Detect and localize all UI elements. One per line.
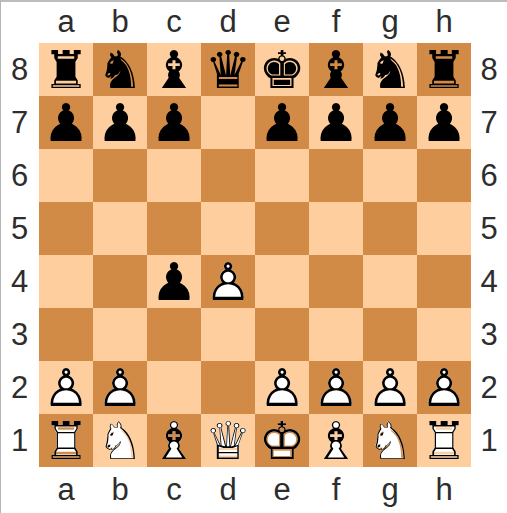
square-g2[interactable]: ♟♙ xyxy=(363,361,417,414)
piece-fill-layer: ♚ xyxy=(255,43,309,96)
piece-fill-layer: ♝ xyxy=(147,43,201,96)
square-e3[interactable] xyxy=(255,308,309,361)
rank-label-4-left: 4 xyxy=(0,255,39,308)
square-b7[interactable]: ♟ xyxy=(93,96,147,149)
square-d1[interactable]: ♛♕ xyxy=(201,414,255,467)
file-label-g-top: g xyxy=(363,0,417,43)
square-f7[interactable]: ♟ xyxy=(309,96,363,149)
piece-outline-layer: ♘ xyxy=(93,414,147,467)
board-corner xyxy=(0,0,39,43)
square-b2[interactable]: ♟♙ xyxy=(93,361,147,414)
square-c4[interactable]: ♟ xyxy=(147,255,201,308)
square-d4[interactable]: ♟♙ xyxy=(201,255,255,308)
white-bishop-piece[interactable]: ♝♗ xyxy=(309,414,363,467)
rank-label-5-right: 5 xyxy=(471,202,507,255)
black-pawn-piece[interactable]: ♟ xyxy=(39,96,93,149)
piece-outline-layer: ♗ xyxy=(147,414,201,467)
rank-label-1-right: 1 xyxy=(471,414,507,467)
square-a2[interactable]: ♟♙ xyxy=(39,361,93,414)
chessboard-page: abcdefgh8♜♞♝♛♚♝♞♜87♟♟♟♟♟♟♟766554♟♟♙4332♟… xyxy=(0,0,507,513)
square-h5[interactable] xyxy=(417,202,471,255)
square-g7[interactable]: ♟ xyxy=(363,96,417,149)
square-b6[interactable] xyxy=(93,149,147,202)
black-rook-piece[interactable]: ♜ xyxy=(417,43,471,96)
white-pawn-piece[interactable]: ♟♙ xyxy=(39,361,93,414)
rank-label-3-left: 3 xyxy=(0,308,39,361)
piece-fill-layer: ♟ xyxy=(93,96,147,149)
square-g3[interactable] xyxy=(363,308,417,361)
rank-label-7-right: 7 xyxy=(471,96,507,149)
rank-label-8-left: 8 xyxy=(0,43,39,96)
square-h4[interactable] xyxy=(417,255,471,308)
window-frame-top-line xyxy=(0,0,507,2)
black-pawn-piece[interactable]: ♟ xyxy=(309,96,363,149)
piece-outline-layer: ♙ xyxy=(417,361,471,414)
black-knight-piece[interactable]: ♞ xyxy=(93,43,147,96)
square-b5[interactable] xyxy=(93,202,147,255)
square-h8[interactable]: ♜ xyxy=(417,43,471,96)
board-corner xyxy=(0,467,39,513)
square-a4[interactable] xyxy=(39,255,93,308)
black-pawn-piece[interactable]: ♟ xyxy=(93,96,147,149)
board-corner xyxy=(471,467,507,513)
board-corner xyxy=(471,0,507,43)
square-d6[interactable] xyxy=(201,149,255,202)
white-rook-piece[interactable]: ♜♖ xyxy=(39,414,93,467)
square-f2[interactable]: ♟♙ xyxy=(309,361,363,414)
file-label-h-top: h xyxy=(417,0,471,43)
square-d2[interactable] xyxy=(201,361,255,414)
square-b4[interactable] xyxy=(93,255,147,308)
rank-label-2-right: 2 xyxy=(471,361,507,414)
chess-board: abcdefgh8♜♞♝♛♚♝♞♜87♟♟♟♟♟♟♟766554♟♟♙4332♟… xyxy=(0,0,507,513)
piece-outline-layer: ♙ xyxy=(255,361,309,414)
square-b1[interactable]: ♞♘ xyxy=(93,414,147,467)
black-pawn-piece[interactable]: ♟ xyxy=(417,96,471,149)
piece-fill-layer: ♟ xyxy=(147,96,201,149)
square-a1[interactable]: ♜♖ xyxy=(39,414,93,467)
square-c1[interactable]: ♝♗ xyxy=(147,414,201,467)
file-label-c-bottom: c xyxy=(147,467,201,513)
piece-outline-layer: ♖ xyxy=(39,414,93,467)
white-knight-piece[interactable]: ♞♘ xyxy=(363,414,417,467)
square-h6[interactable] xyxy=(417,149,471,202)
square-d8[interactable]: ♛ xyxy=(201,43,255,96)
piece-outline-layer: ♕ xyxy=(201,414,255,467)
square-a5[interactable] xyxy=(39,202,93,255)
square-a7[interactable]: ♟ xyxy=(39,96,93,149)
piece-fill-layer: ♟ xyxy=(147,255,201,308)
file-label-g-bottom: g xyxy=(363,467,417,513)
black-pawn-piece[interactable]: ♟ xyxy=(255,96,309,149)
piece-outline-layer: ♙ xyxy=(201,255,255,308)
piece-fill-layer: ♟ xyxy=(309,96,363,149)
file-label-b-bottom: b xyxy=(93,467,147,513)
piece-outline-layer: ♘ xyxy=(363,414,417,467)
square-h1[interactable]: ♜♖ xyxy=(417,414,471,467)
white-pawn-piece[interactable]: ♟♙ xyxy=(309,361,363,414)
piece-outline-layer: ♙ xyxy=(39,361,93,414)
white-king-piece[interactable]: ♚♔ xyxy=(255,414,309,467)
file-label-b-top: b xyxy=(93,0,147,43)
piece-fill-layer: ♝ xyxy=(309,43,363,96)
piece-fill-layer: ♟ xyxy=(39,96,93,149)
black-queen-piece[interactable]: ♛ xyxy=(201,43,255,96)
black-bishop-piece[interactable]: ♝ xyxy=(309,43,363,96)
piece-fill-layer: ♞ xyxy=(363,43,417,96)
square-h2[interactable]: ♟♙ xyxy=(417,361,471,414)
white-queen-piece[interactable]: ♛♕ xyxy=(201,414,255,467)
white-pawn-piece[interactable]: ♟♙ xyxy=(201,255,255,308)
rank-label-3-right: 3 xyxy=(471,308,507,361)
rank-label-5-left: 5 xyxy=(0,202,39,255)
square-e1[interactable]: ♚♔ xyxy=(255,414,309,467)
square-a6[interactable] xyxy=(39,149,93,202)
black-king-piece[interactable]: ♚ xyxy=(255,43,309,96)
square-c6[interactable] xyxy=(147,149,201,202)
square-d5[interactable] xyxy=(201,202,255,255)
black-bishop-piece[interactable]: ♝ xyxy=(147,43,201,96)
white-pawn-piece[interactable]: ♟♙ xyxy=(255,361,309,414)
black-pawn-piece[interactable]: ♟ xyxy=(147,96,201,149)
square-f4[interactable] xyxy=(309,255,363,308)
piece-outline-layer: ♙ xyxy=(363,361,417,414)
piece-fill-layer: ♞ xyxy=(93,43,147,96)
black-pawn-piece[interactable]: ♟ xyxy=(147,255,201,308)
piece-outline-layer: ♖ xyxy=(417,414,471,467)
piece-outline-layer: ♔ xyxy=(255,414,309,467)
square-f3[interactable] xyxy=(309,308,363,361)
square-b3[interactable] xyxy=(93,308,147,361)
rank-label-2-left: 2 xyxy=(0,361,39,414)
file-label-d-bottom: d xyxy=(201,467,255,513)
square-f5[interactable] xyxy=(309,202,363,255)
file-label-f-top: f xyxy=(309,0,363,43)
square-h3[interactable] xyxy=(417,308,471,361)
square-f1[interactable]: ♝♗ xyxy=(309,414,363,467)
rank-label-1-left: 1 xyxy=(0,414,39,467)
rank-label-6-right: 6 xyxy=(471,149,507,202)
square-e5[interactable] xyxy=(255,202,309,255)
white-pawn-piece[interactable]: ♟♙ xyxy=(417,361,471,414)
square-b8[interactable]: ♞ xyxy=(93,43,147,96)
file-label-c-top: c xyxy=(147,0,201,43)
square-e4[interactable] xyxy=(255,255,309,308)
file-label-d-top: d xyxy=(201,0,255,43)
file-label-h-bottom: h xyxy=(417,467,471,513)
white-pawn-piece[interactable]: ♟♙ xyxy=(93,361,147,414)
file-label-a-top: a xyxy=(39,0,93,43)
white-bishop-piece[interactable]: ♝♗ xyxy=(147,414,201,467)
square-e2[interactable]: ♟♙ xyxy=(255,361,309,414)
square-e6[interactable] xyxy=(255,149,309,202)
file-label-a-bottom: a xyxy=(39,467,93,513)
square-d7[interactable] xyxy=(201,96,255,149)
square-d3[interactable] xyxy=(201,308,255,361)
square-c3[interactable] xyxy=(147,308,201,361)
file-label-f-bottom: f xyxy=(309,467,363,513)
square-g4[interactable] xyxy=(363,255,417,308)
square-e8[interactable]: ♚ xyxy=(255,43,309,96)
piece-outline-layer: ♙ xyxy=(93,361,147,414)
square-a3[interactable] xyxy=(39,308,93,361)
white-knight-piece[interactable]: ♞♘ xyxy=(93,414,147,467)
square-g8[interactable]: ♞ xyxy=(363,43,417,96)
square-c2[interactable] xyxy=(147,361,201,414)
piece-fill-layer: ♜ xyxy=(39,43,93,96)
square-e7[interactable]: ♟ xyxy=(255,96,309,149)
square-c7[interactable]: ♟ xyxy=(147,96,201,149)
piece-outline-layer: ♙ xyxy=(309,361,363,414)
black-pawn-piece[interactable]: ♟ xyxy=(363,96,417,149)
window-frame-left-line xyxy=(0,0,1,513)
square-f8[interactable]: ♝ xyxy=(309,43,363,96)
rank-label-4-right: 4 xyxy=(471,255,507,308)
piece-fill-layer: ♟ xyxy=(417,96,471,149)
square-f6[interactable] xyxy=(309,149,363,202)
white-pawn-piece[interactable]: ♟♙ xyxy=(363,361,417,414)
square-g6[interactable] xyxy=(363,149,417,202)
file-label-e-bottom: e xyxy=(255,467,309,513)
piece-fill-layer: ♛ xyxy=(201,43,255,96)
piece-fill-layer: ♜ xyxy=(417,43,471,96)
piece-fill-layer: ♟ xyxy=(255,96,309,149)
square-h7[interactable]: ♟ xyxy=(417,96,471,149)
square-g1[interactable]: ♞♘ xyxy=(363,414,417,467)
black-rook-piece[interactable]: ♜ xyxy=(39,43,93,96)
rank-label-6-left: 6 xyxy=(0,149,39,202)
square-g5[interactable] xyxy=(363,202,417,255)
piece-fill-layer: ♟ xyxy=(363,96,417,149)
file-label-e-top: e xyxy=(255,0,309,43)
square-c8[interactable]: ♝ xyxy=(147,43,201,96)
square-a8[interactable]: ♜ xyxy=(39,43,93,96)
piece-outline-layer: ♗ xyxy=(309,414,363,467)
white-rook-piece[interactable]: ♜♖ xyxy=(417,414,471,467)
square-c5[interactable] xyxy=(147,202,201,255)
rank-label-7-left: 7 xyxy=(0,96,39,149)
black-knight-piece[interactable]: ♞ xyxy=(363,43,417,96)
rank-label-8-right: 8 xyxy=(471,43,507,96)
